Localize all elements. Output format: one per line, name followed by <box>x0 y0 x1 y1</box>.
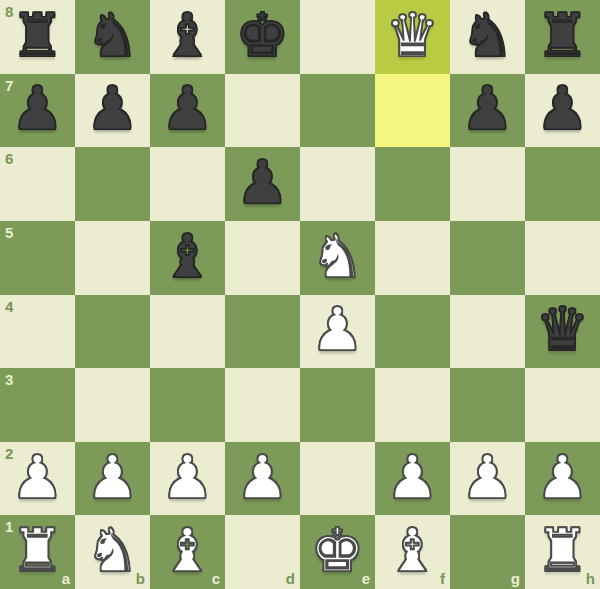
square-c1[interactable]: c♝ <box>150 515 225 589</box>
square-g6[interactable] <box>450 147 525 221</box>
piece-black-bishop-c8[interactable]: ♝ <box>161 5 215 65</box>
file-label-f: f <box>440 571 445 586</box>
piece-white-pawn-h2[interactable]: ♟ <box>536 447 590 507</box>
piece-white-bishop-f1[interactable]: ♝ <box>386 520 440 580</box>
piece-white-knight-b1[interactable]: ♞ <box>86 520 140 580</box>
square-g7[interactable]: ♟ <box>450 74 525 148</box>
piece-white-pawn-e4[interactable]: ♟ <box>311 299 365 359</box>
piece-white-bishop-c1[interactable]: ♝ <box>161 520 215 580</box>
square-c2[interactable]: ♟ <box>150 442 225 516</box>
rank-label-5: 5 <box>5 225 13 240</box>
square-h4[interactable]: ♛ <box>525 295 600 369</box>
square-c5[interactable]: ♝ <box>150 221 225 295</box>
piece-white-pawn-g2[interactable]: ♟ <box>461 447 515 507</box>
piece-black-rook-h8[interactable]: ♜ <box>536 5 590 65</box>
piece-white-pawn-a2[interactable]: ♟ <box>11 447 65 507</box>
rank-label-6: 6 <box>5 151 13 166</box>
chess-board: 8♜♞♝♚♛♞♜7♟♟♟♟♟6♟5♝♞4♟♛32♟♟♟♟♟♟♟1a♜b♞c♝de… <box>0 0 600 589</box>
square-g8[interactable]: ♞ <box>450 0 525 74</box>
square-a6[interactable]: 6 <box>0 147 75 221</box>
square-b8[interactable]: ♞ <box>75 0 150 74</box>
square-f7[interactable] <box>375 74 450 148</box>
square-d7[interactable] <box>225 74 300 148</box>
square-a3[interactable]: 3 <box>0 368 75 442</box>
square-c4[interactable] <box>150 295 225 369</box>
square-d5[interactable] <box>225 221 300 295</box>
square-b3[interactable] <box>75 368 150 442</box>
square-d8[interactable]: ♚ <box>225 0 300 74</box>
square-d1[interactable]: d <box>225 515 300 589</box>
piece-black-rook-a8[interactable]: ♜ <box>11 5 65 65</box>
square-c7[interactable]: ♟ <box>150 74 225 148</box>
square-f4[interactable] <box>375 295 450 369</box>
piece-black-pawn-g7[interactable]: ♟ <box>461 78 515 138</box>
square-b1[interactable]: b♞ <box>75 515 150 589</box>
square-h3[interactable] <box>525 368 600 442</box>
piece-white-rook-a1[interactable]: ♜ <box>11 520 65 580</box>
square-a4[interactable]: 4 <box>0 295 75 369</box>
square-g4[interactable] <box>450 295 525 369</box>
piece-black-pawn-h7[interactable]: ♟ <box>536 78 590 138</box>
board-wrapper: 8♜♞♝♚♛♞♜7♟♟♟♟♟6♟5♝♞4♟♛32♟♟♟♟♟♟♟1a♜b♞c♝de… <box>0 0 600 589</box>
square-g5[interactable] <box>450 221 525 295</box>
square-d4[interactable] <box>225 295 300 369</box>
piece-white-pawn-f2[interactable]: ♟ <box>386 447 440 507</box>
piece-black-knight-b8[interactable]: ♞ <box>86 5 140 65</box>
piece-white-king-e1[interactable]: ♚ <box>311 520 365 580</box>
square-f2[interactable]: ♟ <box>375 442 450 516</box>
piece-white-queen-f8[interactable]: ♛ <box>386 5 440 65</box>
square-f8[interactable]: ♛ <box>375 0 450 74</box>
piece-black-pawn-a7[interactable]: ♟ <box>11 78 65 138</box>
square-a7[interactable]: 7♟ <box>0 74 75 148</box>
piece-black-pawn-b7[interactable]: ♟ <box>86 78 140 138</box>
square-h6[interactable] <box>525 147 600 221</box>
square-a8[interactable]: 8♜ <box>0 0 75 74</box>
square-a1[interactable]: 1a♜ <box>0 515 75 589</box>
square-b5[interactable] <box>75 221 150 295</box>
square-c6[interactable] <box>150 147 225 221</box>
square-e5[interactable]: ♞ <box>300 221 375 295</box>
square-e7[interactable] <box>300 74 375 148</box>
square-e1[interactable]: e♚ <box>300 515 375 589</box>
square-a5[interactable]: 5 <box>0 221 75 295</box>
piece-white-pawn-b2[interactable]: ♟ <box>86 447 140 507</box>
file-label-d: d <box>286 571 295 586</box>
piece-white-rook-h1[interactable]: ♜ <box>536 520 590 580</box>
square-e8[interactable] <box>300 0 375 74</box>
piece-white-pawn-d2[interactable]: ♟ <box>236 447 290 507</box>
square-g1[interactable]: g <box>450 515 525 589</box>
square-h5[interactable] <box>525 221 600 295</box>
square-e2[interactable] <box>300 442 375 516</box>
square-f6[interactable] <box>375 147 450 221</box>
square-a2[interactable]: 2♟ <box>0 442 75 516</box>
piece-black-queen-h4[interactable]: ♛ <box>536 299 590 359</box>
square-h2[interactable]: ♟ <box>525 442 600 516</box>
square-h8[interactable]: ♜ <box>525 0 600 74</box>
square-c8[interactable]: ♝ <box>150 0 225 74</box>
piece-black-pawn-d6[interactable]: ♟ <box>236 152 290 212</box>
square-g2[interactable]: ♟ <box>450 442 525 516</box>
piece-black-pawn-c7[interactable]: ♟ <box>161 78 215 138</box>
square-f5[interactable] <box>375 221 450 295</box>
square-h1[interactable]: h♜ <box>525 515 600 589</box>
square-d2[interactable]: ♟ <box>225 442 300 516</box>
rank-label-3: 3 <box>5 372 13 387</box>
square-e4[interactable]: ♟ <box>300 295 375 369</box>
piece-white-knight-e5[interactable]: ♞ <box>311 226 365 286</box>
square-c3[interactable] <box>150 368 225 442</box>
square-g3[interactable] <box>450 368 525 442</box>
square-b2[interactable]: ♟ <box>75 442 150 516</box>
piece-black-knight-g8[interactable]: ♞ <box>461 5 515 65</box>
rank-label-4: 4 <box>5 299 13 314</box>
square-h7[interactable]: ♟ <box>525 74 600 148</box>
square-b7[interactable]: ♟ <box>75 74 150 148</box>
square-f3[interactable] <box>375 368 450 442</box>
file-label-g: g <box>511 571 520 586</box>
piece-black-king-d8[interactable]: ♚ <box>236 5 290 65</box>
square-d3[interactable] <box>225 368 300 442</box>
square-e6[interactable] <box>300 147 375 221</box>
square-e3[interactable] <box>300 368 375 442</box>
square-b4[interactable] <box>75 295 150 369</box>
piece-black-bishop-c5[interactable]: ♝ <box>161 226 215 286</box>
piece-white-pawn-c2[interactable]: ♟ <box>161 447 215 507</box>
square-d6[interactable]: ♟ <box>225 147 300 221</box>
square-b6[interactable] <box>75 147 150 221</box>
square-f1[interactable]: f♝ <box>375 515 450 589</box>
